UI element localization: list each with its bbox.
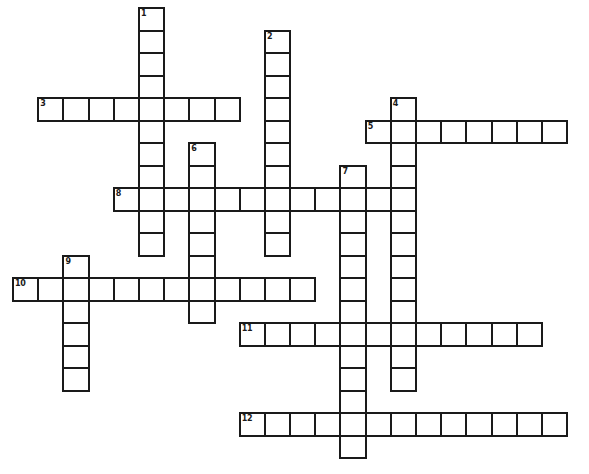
- crossword-cell[interactable]: [289, 277, 316, 302]
- crossword-cell[interactable]: [516, 120, 543, 145]
- clue-number: 9: [65, 257, 70, 266]
- crossword-cell[interactable]: [264, 52, 291, 77]
- crossword-cell[interactable]: [264, 210, 291, 235]
- crossword-cell[interactable]: 1: [138, 7, 165, 32]
- crossword-cell[interactable]: [239, 187, 266, 212]
- clue-number: 11: [242, 324, 253, 333]
- crossword-cell[interactable]: [440, 322, 467, 347]
- crossword-cell[interactable]: [138, 120, 165, 145]
- crossword-cell[interactable]: [339, 210, 366, 235]
- crossword-cell[interactable]: [62, 300, 89, 325]
- crossword-cell[interactable]: [289, 412, 316, 437]
- crossword-cell[interactable]: [88, 97, 115, 122]
- crossword-cell[interactable]: [62, 322, 89, 347]
- crossword-cell[interactable]: [390, 322, 417, 347]
- crossword-cell[interactable]: [264, 97, 291, 122]
- crossword-cell[interactable]: [264, 142, 291, 167]
- crossword-cell[interactable]: [188, 97, 215, 122]
- crossword-cell[interactable]: [138, 232, 165, 257]
- crossword-cell[interactable]: [541, 412, 568, 437]
- crossword-cell[interactable]: [390, 210, 417, 235]
- clue-number: 1: [141, 9, 146, 18]
- crossword-cell[interactable]: 7: [339, 165, 366, 190]
- clue-number: 5: [368, 122, 373, 131]
- crossword-cell[interactable]: [339, 390, 366, 415]
- crossword-cell[interactable]: [339, 435, 366, 460]
- crossword-cell[interactable]: [390, 300, 417, 325]
- crossword-cell[interactable]: [138, 210, 165, 235]
- clue-number: 4: [393, 99, 398, 108]
- clue-number: 3: [40, 99, 45, 108]
- crossword-cell[interactable]: [62, 345, 89, 370]
- crossword-cell[interactable]: [390, 412, 417, 437]
- crossword-cell[interactable]: [188, 187, 215, 212]
- crossword-cell[interactable]: [264, 412, 291, 437]
- crossword-cell[interactable]: [138, 165, 165, 190]
- crossword-cell[interactable]: [465, 412, 492, 437]
- crossword-cell[interactable]: [390, 277, 417, 302]
- crossword-cell[interactable]: [440, 412, 467, 437]
- crossword-cell[interactable]: [314, 322, 341, 347]
- crossword-cell[interactable]: [138, 30, 165, 55]
- crossword-cell[interactable]: [541, 120, 568, 145]
- crossword-cell[interactable]: [264, 322, 291, 347]
- crossword-cell[interactable]: [365, 187, 392, 212]
- crossword-cell[interactable]: [339, 367, 366, 392]
- crossword-cell[interactable]: [339, 322, 366, 347]
- crossword-cell[interactable]: [289, 322, 316, 347]
- crossword-cell[interactable]: [138, 97, 165, 122]
- crossword-cell[interactable]: [188, 210, 215, 235]
- crossword-cell[interactable]: 4: [390, 97, 417, 122]
- clue-number: 8: [116, 189, 121, 198]
- crossword-cell[interactable]: [516, 412, 543, 437]
- crossword-cell[interactable]: [465, 120, 492, 145]
- clue-number: 2: [267, 32, 272, 41]
- crossword-cell[interactable]: [390, 367, 417, 392]
- crossword-cell[interactable]: [37, 277, 64, 302]
- crossword-cell[interactable]: [339, 255, 366, 280]
- crossword-cell[interactable]: [491, 322, 518, 347]
- crossword-cell[interactable]: [390, 187, 417, 212]
- crossword-cell[interactable]: [440, 120, 467, 145]
- crossword-cell[interactable]: [214, 277, 241, 302]
- clue-number: 12: [242, 414, 253, 423]
- crossword-cell[interactable]: [314, 187, 341, 212]
- crossword-cell[interactable]: [415, 412, 442, 437]
- crossword-cell[interactable]: [339, 232, 366, 257]
- crossword-cell[interactable]: 11: [239, 322, 266, 347]
- crossword-puzzle: 123456789101112: [0, 0, 589, 474]
- crossword-cell[interactable]: [390, 255, 417, 280]
- crossword-cell[interactable]: [264, 120, 291, 145]
- crossword-cell[interactable]: [62, 277, 89, 302]
- crossword-cell[interactable]: [390, 232, 417, 257]
- crossword-cell[interactable]: [188, 277, 215, 302]
- crossword-cell[interactable]: 9: [62, 255, 89, 280]
- crossword-cell[interactable]: [415, 120, 442, 145]
- crossword-cell[interactable]: [239, 277, 266, 302]
- crossword-cell[interactable]: [62, 97, 89, 122]
- crossword-cell[interactable]: [491, 412, 518, 437]
- crossword-cell[interactable]: 5: [365, 120, 392, 145]
- crossword-cell[interactable]: [163, 97, 190, 122]
- crossword-cell[interactable]: 3: [37, 97, 64, 122]
- crossword-cell[interactable]: [390, 345, 417, 370]
- crossword-cell[interactable]: [188, 232, 215, 257]
- clue-number: 6: [191, 144, 196, 153]
- crossword-cell[interactable]: [390, 120, 417, 145]
- crossword-cell[interactable]: [491, 120, 518, 145]
- crossword-cell[interactable]: 8: [113, 187, 140, 212]
- crossword-cell[interactable]: [516, 322, 543, 347]
- crossword-cell[interactable]: [113, 97, 140, 122]
- crossword-cell[interactable]: 10: [12, 277, 39, 302]
- crossword-cell[interactable]: [339, 277, 366, 302]
- crossword-cell[interactable]: [188, 300, 215, 325]
- crossword-cell[interactable]: [138, 187, 165, 212]
- crossword-cell[interactable]: [163, 187, 190, 212]
- crossword-cell[interactable]: [264, 277, 291, 302]
- crossword-cell[interactable]: [138, 75, 165, 100]
- crossword-cell[interactable]: 6: [188, 142, 215, 167]
- crossword-cell[interactable]: [339, 412, 366, 437]
- crossword-cell[interactable]: [264, 232, 291, 257]
- crossword-cell[interactable]: [365, 322, 392, 347]
- crossword-cell[interactable]: [339, 187, 366, 212]
- crossword-cell[interactable]: [390, 142, 417, 167]
- crossword-cell[interactable]: [365, 412, 392, 437]
- crossword-cell[interactable]: [188, 255, 215, 280]
- crossword-cell[interactable]: [264, 187, 291, 212]
- crossword-cell[interactable]: [138, 277, 165, 302]
- crossword-cell[interactable]: [415, 322, 442, 347]
- crossword-cell[interactable]: [88, 277, 115, 302]
- crossword-cell[interactable]: [113, 277, 140, 302]
- crossword-cell[interactable]: [314, 412, 341, 437]
- crossword-cell[interactable]: 12: [239, 412, 266, 437]
- crossword-cell[interactable]: [339, 345, 366, 370]
- crossword-board: 123456789101112: [13, 8, 567, 458]
- crossword-cell[interactable]: [188, 165, 215, 190]
- clue-number: 10: [15, 279, 26, 288]
- crossword-cell[interactable]: [289, 187, 316, 212]
- crossword-cell[interactable]: [62, 367, 89, 392]
- crossword-cell[interactable]: [339, 300, 366, 325]
- crossword-cell[interactable]: [264, 165, 291, 190]
- crossword-cell[interactable]: [138, 142, 165, 167]
- crossword-cell[interactable]: [214, 97, 241, 122]
- crossword-cell[interactable]: [214, 187, 241, 212]
- crossword-cell[interactable]: [390, 165, 417, 190]
- crossword-cell[interactable]: [163, 277, 190, 302]
- crossword-cell[interactable]: [264, 75, 291, 100]
- crossword-cell[interactable]: [465, 322, 492, 347]
- crossword-cell[interactable]: [138, 52, 165, 77]
- clue-number: 7: [342, 167, 347, 176]
- crossword-cell[interactable]: 2: [264, 30, 291, 55]
